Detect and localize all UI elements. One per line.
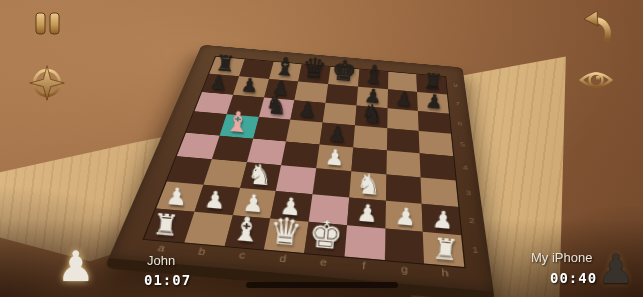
eye-icon [578, 66, 614, 94]
square-d1[interactable]: ♛ [264, 219, 308, 253]
piece-black-pawn[interactable]: ♟ [320, 123, 355, 147]
file-label-h: h [424, 266, 466, 288]
square-e5[interactable]: ♟ [320, 123, 355, 148]
black-player-clock: 00:40 [550, 270, 597, 286]
black-pawn-icon: ♟ [598, 249, 634, 289]
white-pawn-icon: ♟ [57, 246, 95, 288]
piece-white-pawn[interactable]: ♟ [347, 201, 387, 228]
piece-black-pawn[interactable]: ♟ [202, 72, 235, 94]
rotate-view-button[interactable] [27, 63, 67, 103]
square-f6[interactable]: ♞ [355, 105, 387, 128]
piece-black-pawn[interactable]: ♟ [387, 88, 420, 110]
square-e1[interactable]: ♚ [304, 222, 347, 256]
rank-label-2: 2 [462, 207, 483, 237]
pause-icon [33, 12, 63, 36]
square-h1[interactable]: ♜ [423, 232, 464, 267]
pause-button[interactable] [33, 12, 63, 36]
black-player-name: My iPhone [531, 250, 592, 265]
file-label-f: f [343, 258, 385, 280]
undo-button[interactable] [580, 8, 616, 44]
piece-white-pawn[interactable]: ♟ [423, 207, 463, 234]
square-d8[interactable]: ♛ [298, 64, 330, 84]
file-label-c: c [219, 248, 264, 269]
home-indicator[interactable] [246, 282, 398, 288]
rank-label-5: 5 [454, 134, 472, 158]
chess-board[interactable]: ♜♝♛♚♝♜♟♟♟♟♟♟♞♟♞♝♟♟♞♞♟♟♟♟♟♟♟♜♝♛♚♜ abcdefg… [137, 0, 506, 297]
piece-white-bishop[interactable]: ♝ [224, 212, 267, 249]
file-label-e: e [301, 255, 344, 277]
rank-label-6: 6 [452, 114, 469, 136]
rank-label-3: 3 [459, 181, 479, 209]
square-d6[interactable]: ♟ [291, 100, 326, 123]
rank-label-7: 7 [450, 95, 467, 115]
piece-white-rook[interactable]: ♜ [144, 208, 187, 241]
piece-white-king[interactable]: ♚ [304, 214, 347, 255]
piece-white-pawn[interactable]: ♟ [385, 204, 425, 231]
piece-black-knight[interactable]: ♞ [355, 100, 389, 127]
piece-black-king[interactable]: ♚ [328, 55, 360, 86]
square-c3[interactable]: ♞ [240, 162, 282, 191]
file-label-d: d [260, 251, 304, 272]
show-view-button[interactable] [578, 66, 614, 94]
piece-white-bishop[interactable]: ♝ [220, 107, 256, 138]
square-b5[interactable]: ♝ [219, 114, 258, 138]
piece-black-knight[interactable]: ♞ [259, 92, 293, 119]
piece-white-knight[interactable]: ♞ [349, 168, 388, 199]
white-player-name: John [147, 253, 175, 268]
compass-icon [27, 63, 67, 103]
white-player-clock: 01:07 [144, 272, 191, 288]
chess-app-screen: ♜♝♛♚♝♜♟♟♟♟♟♟♞♟♞♝♟♟♞♞♟♟♟♟♟♟♟♜♝♛♚♜ abcdefg… [0, 0, 643, 297]
piece-black-queen[interactable]: ♛ [299, 54, 331, 84]
square-h7[interactable]: ♟ [417, 92, 449, 114]
piece-black-pawn[interactable]: ♟ [291, 99, 325, 122]
piece-black-pawn[interactable]: ♟ [418, 91, 451, 113]
rank-label-1: 1 [465, 236, 487, 269]
undo-arrow-icon [580, 8, 616, 44]
file-label-b: b [178, 244, 224, 265]
piece-white-queen[interactable]: ♛ [264, 212, 307, 252]
square-f2[interactable]: ♟ [347, 197, 386, 229]
piece-white-pawn[interactable]: ♟ [194, 187, 234, 214]
file-label-g: g [384, 262, 425, 284]
piece-white-pawn[interactable]: ♟ [316, 146, 353, 171]
square-f3[interactable]: ♞ [349, 171, 386, 200]
square-e8[interactable]: ♚ [328, 67, 359, 87]
rank-label-4: 4 [456, 156, 475, 182]
piece-white-knight[interactable]: ♞ [240, 159, 279, 190]
square-c6[interactable]: ♞ [258, 97, 294, 120]
square-g7[interactable]: ♟ [387, 89, 418, 111]
piece-white-rook[interactable]: ♜ [424, 233, 467, 266]
square-e4[interactable]: ♟ [316, 144, 353, 171]
